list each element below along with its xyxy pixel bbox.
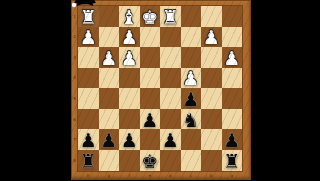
file-label-a: a xyxy=(222,171,243,181)
square-h6[interactable] xyxy=(78,109,99,130)
black-knight-c6[interactable]: ♞ xyxy=(182,110,199,129)
white-rook-h1[interactable]: ♜ xyxy=(80,7,97,26)
square-g2[interactable] xyxy=(99,27,120,48)
rank-label-4: 4 xyxy=(71,68,78,89)
square-f2[interactable]: ♟ xyxy=(119,27,140,48)
square-g4[interactable] xyxy=(99,68,120,89)
square-b4[interactable] xyxy=(201,68,222,89)
white-bishop-f1[interactable]: ♝ xyxy=(121,7,138,26)
white-pawn-g3[interactable]: ♟ xyxy=(100,48,117,67)
white-king-e1[interactable]: ♚ xyxy=(141,7,158,26)
white-rook-d1[interactable]: ♜ xyxy=(162,7,179,26)
square-h1[interactable]: ♜ xyxy=(78,6,99,27)
chess-board: ♜♝♚♜♟♟♟♟♟♟♟♟♟♞♟♟♟♟♟♜♚♜ 12345678 hgfedcba xyxy=(71,0,251,180)
square-e5[interactable] xyxy=(140,88,161,109)
square-a4[interactable] xyxy=(222,68,243,89)
square-d8[interactable] xyxy=(160,150,181,171)
black-pawn-g7[interactable]: ♟ xyxy=(100,131,117,150)
square-c6[interactable]: ♞ xyxy=(181,109,202,130)
file-label-h: h xyxy=(78,171,99,181)
square-c5[interactable]: ♟ xyxy=(181,88,202,109)
black-pawn-f7[interactable]: ♟ xyxy=(121,131,138,150)
rank-label-3: 3 xyxy=(71,47,78,68)
square-h2[interactable]: ♟ xyxy=(78,27,99,48)
square-a6[interactable] xyxy=(222,109,243,130)
square-e7[interactable] xyxy=(140,129,161,150)
black-king-e8[interactable]: ♚ xyxy=(141,151,158,170)
square-g8[interactable] xyxy=(99,150,120,171)
file-label-g: g xyxy=(99,171,120,181)
black-pawn-d7[interactable]: ♟ xyxy=(162,131,179,150)
square-b3[interactable] xyxy=(201,47,222,68)
square-d2[interactable] xyxy=(160,27,181,48)
square-d6[interactable] xyxy=(160,109,181,130)
white-pawn-h2[interactable]: ♟ xyxy=(80,28,97,47)
square-a3[interactable]: ♟ xyxy=(222,47,243,68)
square-e4[interactable] xyxy=(140,68,161,89)
square-e2[interactable] xyxy=(140,27,161,48)
rank-coordinates: 12345678 xyxy=(71,6,78,171)
file-label-e: e xyxy=(140,171,161,181)
black-pawn-c5[interactable]: ♟ xyxy=(182,90,199,109)
square-b2[interactable]: ♟ xyxy=(201,27,222,48)
square-f5[interactable] xyxy=(119,88,140,109)
square-h3[interactable] xyxy=(78,47,99,68)
square-h7[interactable]: ♟ xyxy=(78,129,99,150)
square-g5[interactable] xyxy=(99,88,120,109)
square-b1[interactable] xyxy=(201,6,222,27)
square-a5[interactable] xyxy=(222,88,243,109)
black-pawn-e6[interactable]: ♟ xyxy=(141,110,158,129)
square-b7[interactable] xyxy=(201,129,222,150)
square-b5[interactable] xyxy=(201,88,222,109)
square-c8[interactable] xyxy=(181,150,202,171)
file-label-b: b xyxy=(201,171,222,181)
square-g7[interactable]: ♟ xyxy=(99,129,120,150)
square-g6[interactable] xyxy=(99,109,120,130)
square-a1[interactable] xyxy=(222,6,243,27)
square-d1[interactable]: ♜ xyxy=(160,6,181,27)
square-d7[interactable]: ♟ xyxy=(160,129,181,150)
square-e8[interactable]: ♚ xyxy=(140,150,161,171)
white-pawn-f3[interactable]: ♟ xyxy=(121,48,138,67)
rank-label-5: 5 xyxy=(71,88,78,109)
rank-label-7: 7 xyxy=(71,129,78,150)
rank-label-1: 1 xyxy=(71,6,78,27)
square-d3[interactable] xyxy=(160,47,181,68)
square-c1[interactable] xyxy=(181,6,202,27)
black-rook-a8[interactable]: ♜ xyxy=(223,151,240,170)
white-pawn-c4[interactable]: ♟ xyxy=(182,69,199,88)
square-h8[interactable]: ♜ xyxy=(78,150,99,171)
rank-label-2: 2 xyxy=(71,27,78,48)
square-a7[interactable]: ♟ xyxy=(222,129,243,150)
square-f7[interactable]: ♟ xyxy=(119,129,140,150)
square-f8[interactable] xyxy=(119,150,140,171)
board-squares: ♜♝♚♜♟♟♟♟♟♟♟♟♟♞♟♟♟♟♟♜♚♜ xyxy=(78,6,242,171)
file-label-c: c xyxy=(181,171,202,181)
rank-label-8: 8 xyxy=(71,150,78,171)
file-label-f: f xyxy=(119,171,140,181)
black-rook-h8[interactable]: ♜ xyxy=(80,151,97,170)
square-d5[interactable] xyxy=(160,88,181,109)
square-c2[interactable] xyxy=(181,27,202,48)
square-c3[interactable] xyxy=(181,47,202,68)
file-coordinates: hgfedcba xyxy=(78,171,242,181)
square-h4[interactable] xyxy=(78,68,99,89)
square-a8[interactable]: ♜ xyxy=(222,150,243,171)
square-e6[interactable]: ♟ xyxy=(140,109,161,130)
move-indicator-dot xyxy=(72,3,76,7)
square-c7[interactable] xyxy=(181,129,202,150)
square-c4[interactable]: ♟ xyxy=(181,68,202,89)
square-g1[interactable] xyxy=(99,6,120,27)
video-frame: ♜♝♚♜♟♟♟♟♟♟♟♟♟♞♟♟♟♟♟♜♚♜ 12345678 hgfedcba xyxy=(0,0,320,180)
square-f6[interactable] xyxy=(119,109,140,130)
square-f3[interactable]: ♟ xyxy=(119,47,140,68)
square-e3[interactable] xyxy=(140,47,161,68)
square-d4[interactable] xyxy=(160,68,181,89)
black-pawn-a7[interactable]: ♟ xyxy=(223,131,240,150)
square-g3[interactable]: ♟ xyxy=(99,47,120,68)
white-pawn-f2[interactable]: ♟ xyxy=(121,28,138,47)
rank-label-6: 6 xyxy=(71,109,78,130)
black-pawn-h7[interactable]: ♟ xyxy=(80,131,97,150)
square-b6[interactable] xyxy=(201,109,222,130)
white-pawn-a3[interactable]: ♟ xyxy=(223,48,240,67)
file-label-d: d xyxy=(160,171,181,181)
white-pawn-b2[interactable]: ♟ xyxy=(203,28,220,47)
square-h5[interactable] xyxy=(78,88,99,109)
square-f1[interactable]: ♝ xyxy=(119,6,140,27)
square-b8[interactable] xyxy=(201,150,222,171)
square-a2[interactable] xyxy=(222,27,243,48)
square-e1[interactable]: ♚ xyxy=(140,6,161,27)
square-f4[interactable] xyxy=(119,68,140,89)
